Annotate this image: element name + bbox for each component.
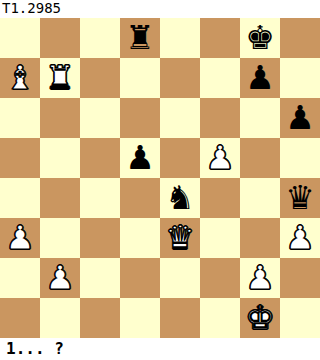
move-prompt-label: 1... ? [0,338,320,360]
square-c6[interactable] [80,98,120,138]
white-bishop-a7[interactable]: ♝ [5,58,35,98]
square-c5[interactable] [80,138,120,178]
square-a5[interactable] [0,138,40,178]
black-rook-d8[interactable]: ♜ [125,18,155,58]
square-a6[interactable] [0,98,40,138]
square-f7[interactable] [200,58,240,98]
square-b8[interactable] [40,18,80,58]
black-pawn-h6[interactable]: ♟ [285,98,315,138]
square-e4[interactable]: ♞ [160,178,200,218]
square-d3[interactable] [120,218,160,258]
white-pawn-g2[interactable]: ♟ [245,258,275,298]
square-e8[interactable] [160,18,200,58]
white-pawn-b2[interactable]: ♟ [45,258,75,298]
square-g4[interactable] [240,178,280,218]
square-d4[interactable] [120,178,160,218]
square-a3[interactable]: ♟ [0,218,40,258]
square-g5[interactable] [240,138,280,178]
square-b6[interactable] [40,98,80,138]
square-f5[interactable]: ♟ [200,138,240,178]
square-e5[interactable] [160,138,200,178]
square-g1[interactable]: ♚ [240,298,280,338]
square-a4[interactable] [0,178,40,218]
square-f1[interactable] [200,298,240,338]
task-id-label: T1.2985 [0,0,320,18]
square-b5[interactable] [40,138,80,178]
square-h5[interactable] [280,138,320,178]
white-queen-e3[interactable]: ♛ [165,218,195,258]
square-h3[interactable]: ♟ [280,218,320,258]
square-f4[interactable] [200,178,240,218]
square-f2[interactable] [200,258,240,298]
square-a2[interactable] [0,258,40,298]
black-queen-h4[interactable]: ♛ [285,178,315,218]
square-e6[interactable] [160,98,200,138]
square-g8[interactable]: ♚ [240,18,280,58]
square-e7[interactable] [160,58,200,98]
square-e1[interactable] [160,298,200,338]
square-d7[interactable] [120,58,160,98]
black-knight-e4[interactable]: ♞ [165,178,195,218]
square-f6[interactable] [200,98,240,138]
square-f3[interactable] [200,218,240,258]
square-h6[interactable]: ♟ [280,98,320,138]
square-c8[interactable] [80,18,120,58]
white-pawn-h3[interactable]: ♟ [285,218,315,258]
square-b3[interactable] [40,218,80,258]
white-pawn-f5[interactable]: ♟ [205,138,235,178]
square-c4[interactable] [80,178,120,218]
square-h1[interactable] [280,298,320,338]
chess-board: ♜♚♝♜♟♟♟♟♞♛♟♛♟♟♟♚ [0,18,320,338]
square-c3[interactable] [80,218,120,258]
chess-app-window: T1.2985 ♜♚♝♜♟♟♟♟♞♛♟♛♟♟♟♚ 1... ? [0,0,320,360]
square-g3[interactable] [240,218,280,258]
square-d5[interactable]: ♟ [120,138,160,178]
square-c7[interactable] [80,58,120,98]
white-rook-b7[interactable]: ♜ [45,58,75,98]
square-a1[interactable] [0,298,40,338]
square-d6[interactable] [120,98,160,138]
square-h4[interactable]: ♛ [280,178,320,218]
square-d8[interactable]: ♜ [120,18,160,58]
square-a8[interactable] [0,18,40,58]
square-b1[interactable] [40,298,80,338]
square-f8[interactable] [200,18,240,58]
black-pawn-g7[interactable]: ♟ [245,58,275,98]
square-c1[interactable] [80,298,120,338]
white-king-g1[interactable]: ♚ [245,298,275,338]
square-e2[interactable] [160,258,200,298]
square-g6[interactable] [240,98,280,138]
square-g7[interactable]: ♟ [240,58,280,98]
square-a7[interactable]: ♝ [0,58,40,98]
square-g2[interactable]: ♟ [240,258,280,298]
square-e3[interactable]: ♛ [160,218,200,258]
square-b2[interactable]: ♟ [40,258,80,298]
square-b4[interactable] [40,178,80,218]
black-pawn-d5[interactable]: ♟ [125,138,155,178]
black-king-g8[interactable]: ♚ [245,18,275,58]
square-d1[interactable] [120,298,160,338]
white-pawn-a3[interactable]: ♟ [5,218,35,258]
square-c2[interactable] [80,258,120,298]
square-h7[interactable] [280,58,320,98]
square-h8[interactable] [280,18,320,58]
square-h2[interactable] [280,258,320,298]
square-b7[interactable]: ♜ [40,58,80,98]
square-d2[interactable] [120,258,160,298]
